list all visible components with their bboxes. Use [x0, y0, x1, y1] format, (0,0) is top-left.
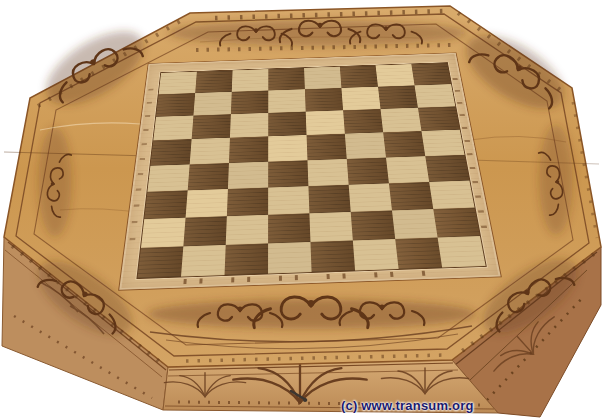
square-g8[interactable] — [376, 64, 415, 87]
square-f1[interactable] — [353, 239, 399, 271]
square-b6[interactable] — [192, 114, 231, 139]
square-e4[interactable] — [307, 159, 348, 186]
square-b7[interactable] — [193, 92, 231, 116]
square-c8[interactable] — [232, 69, 269, 92]
square-f5[interactable] — [345, 133, 386, 159]
square-b1[interactable] — [181, 245, 226, 277]
square-b2[interactable] — [183, 216, 227, 246]
square-a5[interactable] — [150, 139, 191, 165]
square-b5[interactable] — [190, 138, 230, 164]
square-a1[interactable] — [137, 246, 183, 278]
square-g7[interactable] — [378, 85, 418, 109]
square-h8[interactable] — [411, 63, 451, 86]
square-e2[interactable] — [309, 212, 352, 242]
square-c2[interactable] — [226, 215, 268, 245]
square-d2[interactable] — [268, 213, 310, 243]
square-b3[interactable] — [186, 189, 228, 218]
square-c6[interactable] — [230, 113, 268, 138]
square-f8[interactable] — [340, 65, 378, 88]
square-c3[interactable] — [227, 187, 268, 216]
square-f3[interactable] — [349, 183, 392, 212]
square-c5[interactable] — [229, 137, 268, 163]
square-c4[interactable] — [228, 161, 268, 188]
square-a6[interactable] — [153, 116, 193, 141]
square-d1[interactable] — [268, 242, 312, 274]
board-frame — [118, 52, 502, 290]
square-c1[interactable] — [225, 243, 269, 275]
square-c7[interactable] — [231, 91, 268, 115]
square-e6[interactable] — [306, 110, 345, 135]
square-h5[interactable] — [421, 130, 464, 156]
square-f2[interactable] — [351, 210, 396, 240]
square-e8[interactable] — [304, 67, 341, 90]
square-h6[interactable] — [418, 107, 460, 132]
square-a8[interactable] — [159, 72, 197, 95]
square-f4[interactable] — [347, 157, 389, 184]
square-a4[interactable] — [147, 164, 189, 191]
square-h7[interactable] — [415, 84, 456, 108]
square-a7[interactable] — [156, 93, 195, 117]
square-h3[interactable] — [429, 180, 474, 209]
square-g5[interactable] — [383, 131, 425, 157]
watermark: (c) www.transum.org — [341, 398, 474, 413]
square-d6[interactable] — [268, 112, 306, 137]
square-g6[interactable] — [381, 108, 422, 133]
square-a3[interactable] — [144, 190, 187, 219]
square-b4[interactable] — [188, 163, 229, 190]
square-g4[interactable] — [386, 156, 429, 183]
square-f6[interactable] — [343, 109, 383, 134]
square-h4[interactable] — [425, 154, 469, 181]
square-d4[interactable] — [268, 160, 308, 187]
square-e3[interactable] — [308, 184, 350, 213]
square-e5[interactable] — [307, 134, 347, 160]
square-a2[interactable] — [141, 217, 186, 247]
square-d7[interactable] — [268, 89, 305, 113]
square-d8[interactable] — [268, 68, 305, 91]
square-g2[interactable] — [392, 209, 438, 239]
square-b8[interactable] — [195, 70, 232, 93]
square-d5[interactable] — [268, 135, 307, 161]
square-d3[interactable] — [268, 186, 309, 215]
square-e1[interactable] — [310, 240, 355, 272]
chess-board[interactable] — [136, 62, 486, 279]
square-e7[interactable] — [305, 88, 343, 112]
square-g1[interactable] — [395, 237, 442, 269]
square-g3[interactable] — [389, 182, 433, 211]
square-f7[interactable] — [341, 87, 380, 111]
square-h2[interactable] — [433, 207, 480, 237]
photo-scene: (c) www.transum.org — [0, 0, 613, 420]
square-h1[interactable] — [438, 236, 486, 268]
